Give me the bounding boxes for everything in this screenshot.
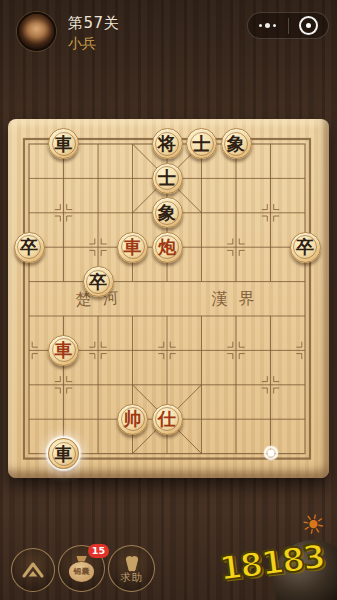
player-avatar[interactable] — [17, 12, 56, 51]
app-screen: 第57关 小兵 楚河 漢界 車将士象士象卒車炮卒卒車帅仕車 锦囊 15 求 — [0, 0, 337, 600]
piece-black-advisor[interactable]: 士 — [186, 128, 217, 159]
piece-black-soldier[interactable]: 卒 — [290, 232, 321, 263]
hint-sparkle-effect — [263, 445, 279, 461]
rank-label: 小兵 — [68, 35, 96, 53]
piece-black-general[interactable]: 将 — [152, 128, 183, 159]
praying-hands-icon — [127, 556, 137, 571]
bag-count-badge: 15 — [88, 544, 109, 558]
xiangqi-board: 楚河 漢界 車将士象士象卒車炮卒卒車帅仕車 — [8, 119, 329, 478]
board-grid[interactable]: 車将士象士象卒車炮卒卒車帅仕車 — [12, 127, 323, 471]
piece-red-cannon[interactable]: 炮 — [152, 232, 183, 263]
piece-black-elephant[interactable]: 象 — [221, 128, 252, 159]
chevron-up-icon — [20, 559, 46, 581]
wechat-capsule — [247, 12, 329, 39]
bag-label: 锦囊 — [74, 566, 90, 577]
help-label: 求助 — [120, 571, 143, 585]
piece-red-chariot[interactable]: 車 — [117, 232, 148, 263]
piece-black-elephant[interactable]: 象 — [152, 197, 183, 228]
watermark-text: 18183 — [217, 537, 326, 588]
hint-bag-button[interactable]: 锦囊 15 — [58, 545, 105, 592]
money-bag-icon: 锦囊 — [69, 562, 94, 582]
sun-icon: ☀ — [298, 507, 328, 542]
ask-help-button[interactable]: 求助 — [108, 545, 155, 592]
piece-black-soldier[interactable]: 卒 — [83, 266, 114, 297]
piece-black-chariot[interactable]: 車 — [48, 128, 79, 159]
exit-circle-icon — [299, 16, 318, 35]
piece-black-soldier[interactable]: 卒 — [14, 232, 45, 263]
collapse-menu-button[interactable] — [11, 548, 55, 592]
piece-red-general[interactable]: 帅 — [117, 404, 148, 435]
watermark: ☀ 18183 — [217, 495, 337, 600]
more-icon — [259, 23, 276, 28]
piece-red-advisor[interactable]: 仕 — [152, 404, 183, 435]
piece-black-chariot[interactable]: 車 — [48, 438, 79, 469]
piece-black-advisor[interactable]: 士 — [152, 163, 183, 194]
dark-sphere-logo — [273, 540, 337, 600]
exit-button[interactable] — [289, 13, 329, 38]
more-button[interactable] — [248, 13, 288, 38]
level-title: 第57关 — [68, 14, 119, 33]
piece-red-chariot[interactable]: 車 — [48, 335, 79, 366]
